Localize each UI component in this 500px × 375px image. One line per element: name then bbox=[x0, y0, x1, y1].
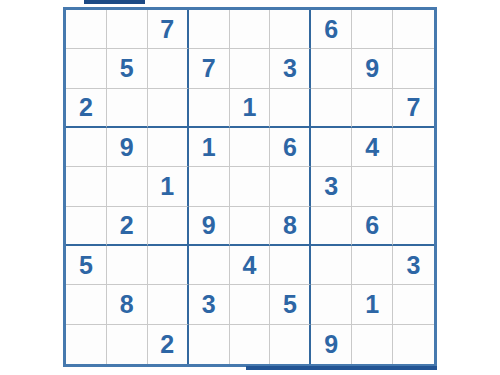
given-digit: 9 bbox=[324, 332, 338, 357]
given-digit: 5 bbox=[79, 253, 93, 278]
given-digit: 2 bbox=[160, 332, 174, 357]
cell-r5c9[interactable] bbox=[393, 167, 434, 206]
cell-r2c6[interactable]: 3 bbox=[270, 49, 311, 88]
given-digit: 5 bbox=[283, 292, 297, 317]
cell-r1c7[interactable]: 6 bbox=[311, 10, 352, 49]
cell-r6c1[interactable] bbox=[66, 207, 107, 246]
cell-r9c2[interactable] bbox=[107, 325, 148, 364]
cell-r5c3[interactable]: 1 bbox=[148, 167, 189, 206]
cell-r7c8[interactable] bbox=[352, 246, 393, 285]
cell-r6c6[interactable]: 8 bbox=[270, 207, 311, 246]
cell-r1c2[interactable] bbox=[107, 10, 148, 49]
cell-r2c2[interactable]: 5 bbox=[107, 49, 148, 88]
cell-r4c8[interactable]: 4 bbox=[352, 128, 393, 167]
cell-r7c4[interactable] bbox=[189, 246, 230, 285]
given-digit: 1 bbox=[243, 95, 257, 120]
cell-r7c6[interactable] bbox=[270, 246, 311, 285]
given-digit: 3 bbox=[324, 174, 338, 199]
given-digit: 2 bbox=[120, 213, 134, 238]
cell-r1c3[interactable]: 7 bbox=[148, 10, 189, 49]
cell-r3c4[interactable] bbox=[189, 89, 230, 128]
cell-r1c8[interactable] bbox=[352, 10, 393, 49]
given-digit: 9 bbox=[120, 135, 134, 160]
cell-r9c9[interactable] bbox=[393, 325, 434, 364]
cell-r1c1[interactable] bbox=[66, 10, 107, 49]
cell-r6c4[interactable]: 9 bbox=[189, 207, 230, 246]
given-digit: 6 bbox=[365, 213, 379, 238]
cell-r4c4[interactable]: 1 bbox=[189, 128, 230, 167]
cropped-ui-fragment-top bbox=[84, 0, 145, 4]
cell-r3c3[interactable] bbox=[148, 89, 189, 128]
cell-r8c1[interactable] bbox=[66, 285, 107, 324]
cell-r9c5[interactable] bbox=[230, 325, 271, 364]
cell-r3c2[interactable] bbox=[107, 89, 148, 128]
cell-r1c9[interactable] bbox=[393, 10, 434, 49]
cell-r4c2[interactable]: 9 bbox=[107, 128, 148, 167]
given-digit: 5 bbox=[120, 56, 134, 81]
cell-r7c3[interactable] bbox=[148, 246, 189, 285]
given-digit: 1 bbox=[160, 174, 174, 199]
cell-r8c5[interactable] bbox=[230, 285, 271, 324]
cell-r7c1[interactable]: 5 bbox=[66, 246, 107, 285]
cell-r6c9[interactable] bbox=[393, 207, 434, 246]
cell-r2c3[interactable] bbox=[148, 49, 189, 88]
given-digit: 1 bbox=[365, 292, 379, 317]
given-digit: 2 bbox=[79, 95, 93, 120]
cell-r3c1[interactable]: 2 bbox=[66, 89, 107, 128]
cell-r8c2[interactable]: 8 bbox=[107, 285, 148, 324]
given-digit: 6 bbox=[283, 135, 297, 160]
cell-r2c7[interactable] bbox=[311, 49, 352, 88]
cell-r9c3[interactable]: 2 bbox=[148, 325, 189, 364]
sudoku-board: 7657392179164132986543835129 bbox=[63, 7, 437, 367]
cell-r3c7[interactable] bbox=[311, 89, 352, 128]
cell-r2c8[interactable]: 9 bbox=[352, 49, 393, 88]
cell-r4c9[interactable] bbox=[393, 128, 434, 167]
cell-r9c1[interactable] bbox=[66, 325, 107, 364]
cell-r9c4[interactable] bbox=[189, 325, 230, 364]
cell-r8c4[interactable]: 3 bbox=[189, 285, 230, 324]
cell-r1c6[interactable] bbox=[270, 10, 311, 49]
cell-r1c4[interactable] bbox=[189, 10, 230, 49]
given-digit: 7 bbox=[160, 17, 174, 42]
given-digit: 3 bbox=[407, 253, 421, 278]
cell-r8c3[interactable] bbox=[148, 285, 189, 324]
given-digit: 4 bbox=[365, 135, 379, 160]
cell-r2c1[interactable] bbox=[66, 49, 107, 88]
given-digit: 7 bbox=[202, 56, 216, 81]
given-digit: 8 bbox=[120, 292, 134, 317]
given-digit: 9 bbox=[202, 213, 216, 238]
cell-r8c6[interactable]: 5 bbox=[270, 285, 311, 324]
cell-r5c7[interactable]: 3 bbox=[311, 167, 352, 206]
cell-r8c9[interactable] bbox=[393, 285, 434, 324]
cell-r3c6[interactable] bbox=[270, 89, 311, 128]
cell-r7c7[interactable] bbox=[311, 246, 352, 285]
given-digit: 4 bbox=[243, 253, 257, 278]
given-digit: 3 bbox=[202, 292, 216, 317]
given-digit: 1 bbox=[202, 135, 216, 160]
cell-r6c3[interactable] bbox=[148, 207, 189, 246]
cell-r3c8[interactable] bbox=[352, 89, 393, 128]
cell-r7c5[interactable]: 4 bbox=[230, 246, 271, 285]
cell-r5c5[interactable] bbox=[230, 167, 271, 206]
cell-r6c2[interactable]: 2 bbox=[107, 207, 148, 246]
given-digit: 7 bbox=[407, 95, 421, 120]
cell-r2c4[interactable]: 7 bbox=[189, 49, 230, 88]
cell-r4c5[interactable] bbox=[230, 128, 271, 167]
cell-r4c7[interactable] bbox=[311, 128, 352, 167]
given-digit: 9 bbox=[365, 56, 379, 81]
sudoku-screenshot: 7657392179164132986543835129 bbox=[0, 0, 500, 375]
cell-r9c8[interactable] bbox=[352, 325, 393, 364]
cell-r2c5[interactable] bbox=[230, 49, 271, 88]
cell-r9c7[interactable]: 9 bbox=[311, 325, 352, 364]
cell-r9c6[interactable] bbox=[270, 325, 311, 364]
cell-r2c9[interactable] bbox=[393, 49, 434, 88]
cell-r5c4[interactable] bbox=[189, 167, 230, 206]
cell-r3c9[interactable]: 7 bbox=[393, 89, 434, 128]
cell-r6c7[interactable] bbox=[311, 207, 352, 246]
cell-r7c2[interactable] bbox=[107, 246, 148, 285]
cell-r4c3[interactable] bbox=[148, 128, 189, 167]
cell-r8c7[interactable] bbox=[311, 285, 352, 324]
cell-r3c5[interactable]: 1 bbox=[230, 89, 271, 128]
cell-r5c8[interactable] bbox=[352, 167, 393, 206]
cell-r4c6[interactable]: 6 bbox=[270, 128, 311, 167]
cell-r8c8[interactable]: 1 bbox=[352, 285, 393, 324]
cell-r5c2[interactable] bbox=[107, 167, 148, 206]
cell-r1c5[interactable] bbox=[230, 10, 271, 49]
given-digit: 6 bbox=[324, 17, 338, 42]
given-digit: 8 bbox=[283, 213, 297, 238]
given-digit: 3 bbox=[283, 56, 297, 81]
cell-r7c9[interactable]: 3 bbox=[393, 246, 434, 285]
cell-r6c8[interactable]: 6 bbox=[352, 207, 393, 246]
cell-r5c6[interactable] bbox=[270, 167, 311, 206]
cell-r5c1[interactable] bbox=[66, 167, 107, 206]
cropped-ui-fragment-bottom bbox=[246, 366, 437, 370]
cell-r4c1[interactable] bbox=[66, 128, 107, 167]
cell-r6c5[interactable] bbox=[230, 207, 271, 246]
